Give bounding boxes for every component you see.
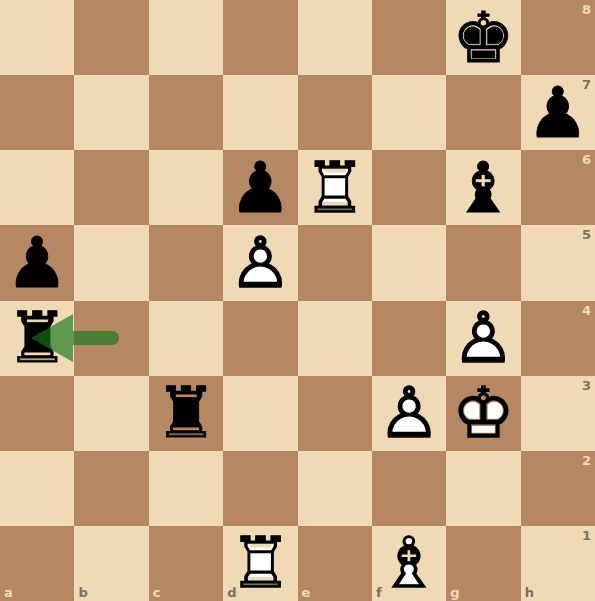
square-f6[interactable]	[372, 150, 446, 225]
white-pawn[interactable]: ♟♙	[223, 225, 297, 300]
black-rook[interactable]: ♜	[0, 301, 74, 376]
white-pawn[interactable]: ♟♙	[446, 301, 520, 376]
square-e8[interactable]	[298, 0, 372, 75]
black-rook-glyph: ♜	[149, 376, 223, 451]
white-bishop-glyph: ♝	[372, 526, 446, 601]
coord-file-b: b	[78, 585, 87, 600]
square-d6[interactable]: ♟	[223, 150, 297, 225]
black-pawn[interactable]: ♟	[223, 150, 297, 225]
white-pawn-glyph: ♙	[223, 225, 297, 300]
square-c6[interactable]	[149, 150, 223, 225]
coord-rank-1: 1	[582, 528, 591, 543]
square-e6[interactable]: ♜♖	[298, 150, 372, 225]
square-b5[interactable]	[74, 225, 148, 300]
square-a7[interactable]	[0, 75, 74, 150]
square-b8[interactable]	[74, 0, 148, 75]
white-rook-glyph: ♜	[298, 150, 372, 225]
black-pawn-glyph: ♟	[223, 150, 297, 225]
coord-file-e: e	[302, 585, 311, 600]
square-h4[interactable]: 4	[521, 301, 595, 376]
square-h6[interactable]: 6	[521, 150, 595, 225]
square-f8[interactable]	[372, 0, 446, 75]
square-c2[interactable]	[149, 451, 223, 526]
square-f3[interactable]: ♟♙	[372, 376, 446, 451]
square-g3[interactable]: ♚♔	[446, 376, 520, 451]
square-a3[interactable]	[0, 376, 74, 451]
square-h1[interactable]: 1h	[521, 526, 595, 601]
square-d2[interactable]	[223, 451, 297, 526]
coord-file-g: g	[450, 585, 459, 600]
square-c4[interactable]	[149, 301, 223, 376]
white-rook[interactable]: ♜♖	[298, 150, 372, 225]
black-king[interactable]: ♚	[446, 0, 520, 75]
square-e3[interactable]	[298, 376, 372, 451]
chess-board: ♚8♟7♟♜♖♝6♟♟♙5♜♟♙4♜♟♙♚♔32abc♜♖de♝♗fg1h	[0, 0, 595, 601]
white-pawn-glyph: ♙	[446, 301, 520, 376]
white-pawn-glyph: ♙	[372, 376, 446, 451]
black-king-glyph: ♚	[446, 0, 520, 75]
square-a5[interactable]: ♟	[0, 225, 74, 300]
square-b1[interactable]: b	[74, 526, 148, 601]
white-king-glyph: ♔	[446, 376, 520, 451]
square-d8[interactable]	[223, 0, 297, 75]
square-f2[interactable]	[372, 451, 446, 526]
black-pawn[interactable]: ♟	[0, 225, 74, 300]
white-king-glyph: ♚	[446, 376, 520, 451]
black-pawn[interactable]: ♟	[521, 75, 595, 150]
square-g2[interactable]	[446, 451, 520, 526]
square-e5[interactable]	[298, 225, 372, 300]
black-bishop-glyph: ♝	[446, 150, 520, 225]
black-rook[interactable]: ♜	[149, 376, 223, 451]
black-rook-glyph: ♜	[0, 301, 74, 376]
square-c1[interactable]: c	[149, 526, 223, 601]
square-d1[interactable]: ♜♖d	[223, 526, 297, 601]
square-d4[interactable]	[223, 301, 297, 376]
black-pawn-glyph: ♟	[521, 75, 595, 150]
coord-rank-2: 2	[582, 453, 591, 468]
square-c3[interactable]: ♜	[149, 376, 223, 451]
square-h2[interactable]: 2	[521, 451, 595, 526]
black-bishop[interactable]: ♝	[446, 150, 520, 225]
square-e1[interactable]: e	[298, 526, 372, 601]
square-b2[interactable]	[74, 451, 148, 526]
white-pawn-glyph: ♟	[446, 301, 520, 376]
coord-rank-3: 3	[582, 378, 591, 393]
white-rook-glyph: ♖	[223, 526, 297, 601]
square-e4[interactable]	[298, 301, 372, 376]
square-b4[interactable]	[74, 301, 148, 376]
square-f4[interactable]	[372, 301, 446, 376]
square-a2[interactable]	[0, 451, 74, 526]
square-d7[interactable]	[223, 75, 297, 150]
square-b7[interactable]	[74, 75, 148, 150]
square-c5[interactable]	[149, 225, 223, 300]
square-c7[interactable]	[149, 75, 223, 150]
square-a4[interactable]: ♜	[0, 301, 74, 376]
white-rook[interactable]: ♜♖	[223, 526, 297, 601]
square-c8[interactable]	[149, 0, 223, 75]
square-a1[interactable]: a	[0, 526, 74, 601]
square-g5[interactable]	[446, 225, 520, 300]
square-a8[interactable]	[0, 0, 74, 75]
square-g4[interactable]: ♟♙	[446, 301, 520, 376]
white-rook-glyph: ♜	[223, 526, 297, 601]
square-h3[interactable]: 3	[521, 376, 595, 451]
white-bishop-glyph: ♗	[372, 526, 446, 601]
white-king[interactable]: ♚♔	[446, 376, 520, 451]
square-g8[interactable]: ♚	[446, 0, 520, 75]
square-h8[interactable]: 8	[521, 0, 595, 75]
coord-file-a: a	[4, 585, 13, 600]
square-b3[interactable]	[74, 376, 148, 451]
square-h5[interactable]: 5	[521, 225, 595, 300]
square-g1[interactable]: g	[446, 526, 520, 601]
square-f5[interactable]	[372, 225, 446, 300]
coord-rank-8: 8	[582, 2, 591, 17]
square-g6[interactable]: ♝	[446, 150, 520, 225]
square-d5[interactable]: ♟♙	[223, 225, 297, 300]
white-pawn[interactable]: ♟♙	[372, 376, 446, 451]
square-a6[interactable]	[0, 150, 74, 225]
square-f1[interactable]: ♝♗f	[372, 526, 446, 601]
white-bishop[interactable]: ♝♗	[372, 526, 446, 601]
white-pawn-glyph: ♟	[372, 376, 446, 451]
coord-file-h: h	[525, 585, 534, 600]
white-pawn-glyph: ♟	[223, 225, 297, 300]
coord-rank-4: 4	[582, 303, 591, 318]
square-h7[interactable]: ♟7	[521, 75, 595, 150]
square-g7[interactable]	[446, 75, 520, 150]
white-rook-glyph: ♖	[298, 150, 372, 225]
square-d3[interactable]	[223, 376, 297, 451]
coord-rank-6: 6	[582, 152, 591, 167]
square-f7[interactable]	[372, 75, 446, 150]
square-e2[interactable]	[298, 451, 372, 526]
coord-file-c: c	[153, 585, 161, 600]
square-b6[interactable]	[74, 150, 148, 225]
square-e7[interactable]	[298, 75, 372, 150]
coord-rank-5: 5	[582, 227, 591, 242]
black-pawn-glyph: ♟	[0, 225, 74, 300]
